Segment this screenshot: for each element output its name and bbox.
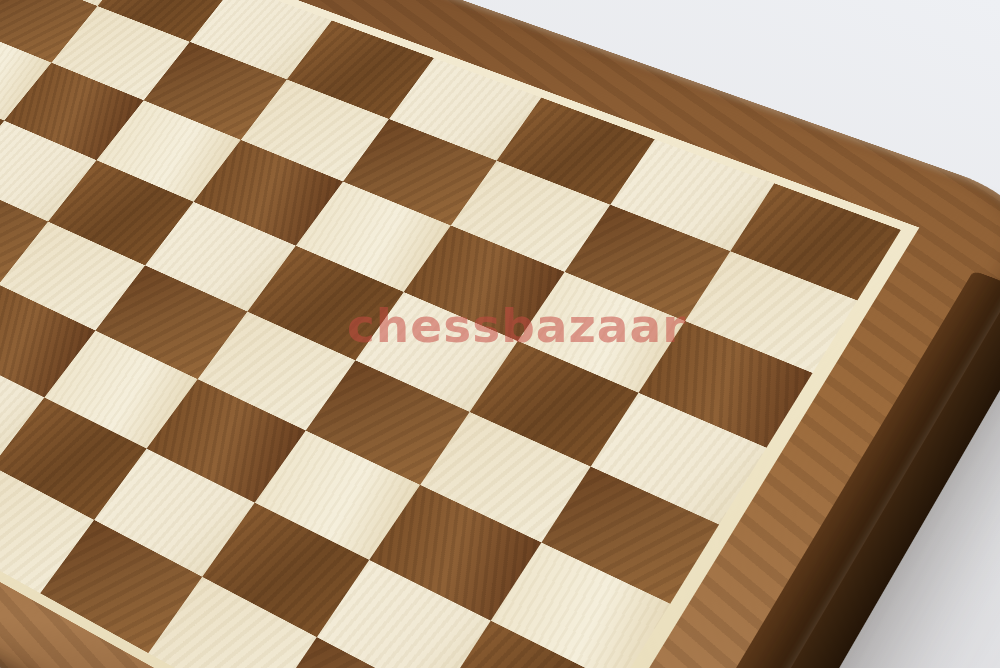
photo-background: chessbazaar (0, 0, 1000, 668)
chess-board (0, 0, 1000, 668)
board-squares-grid (0, 0, 901, 668)
